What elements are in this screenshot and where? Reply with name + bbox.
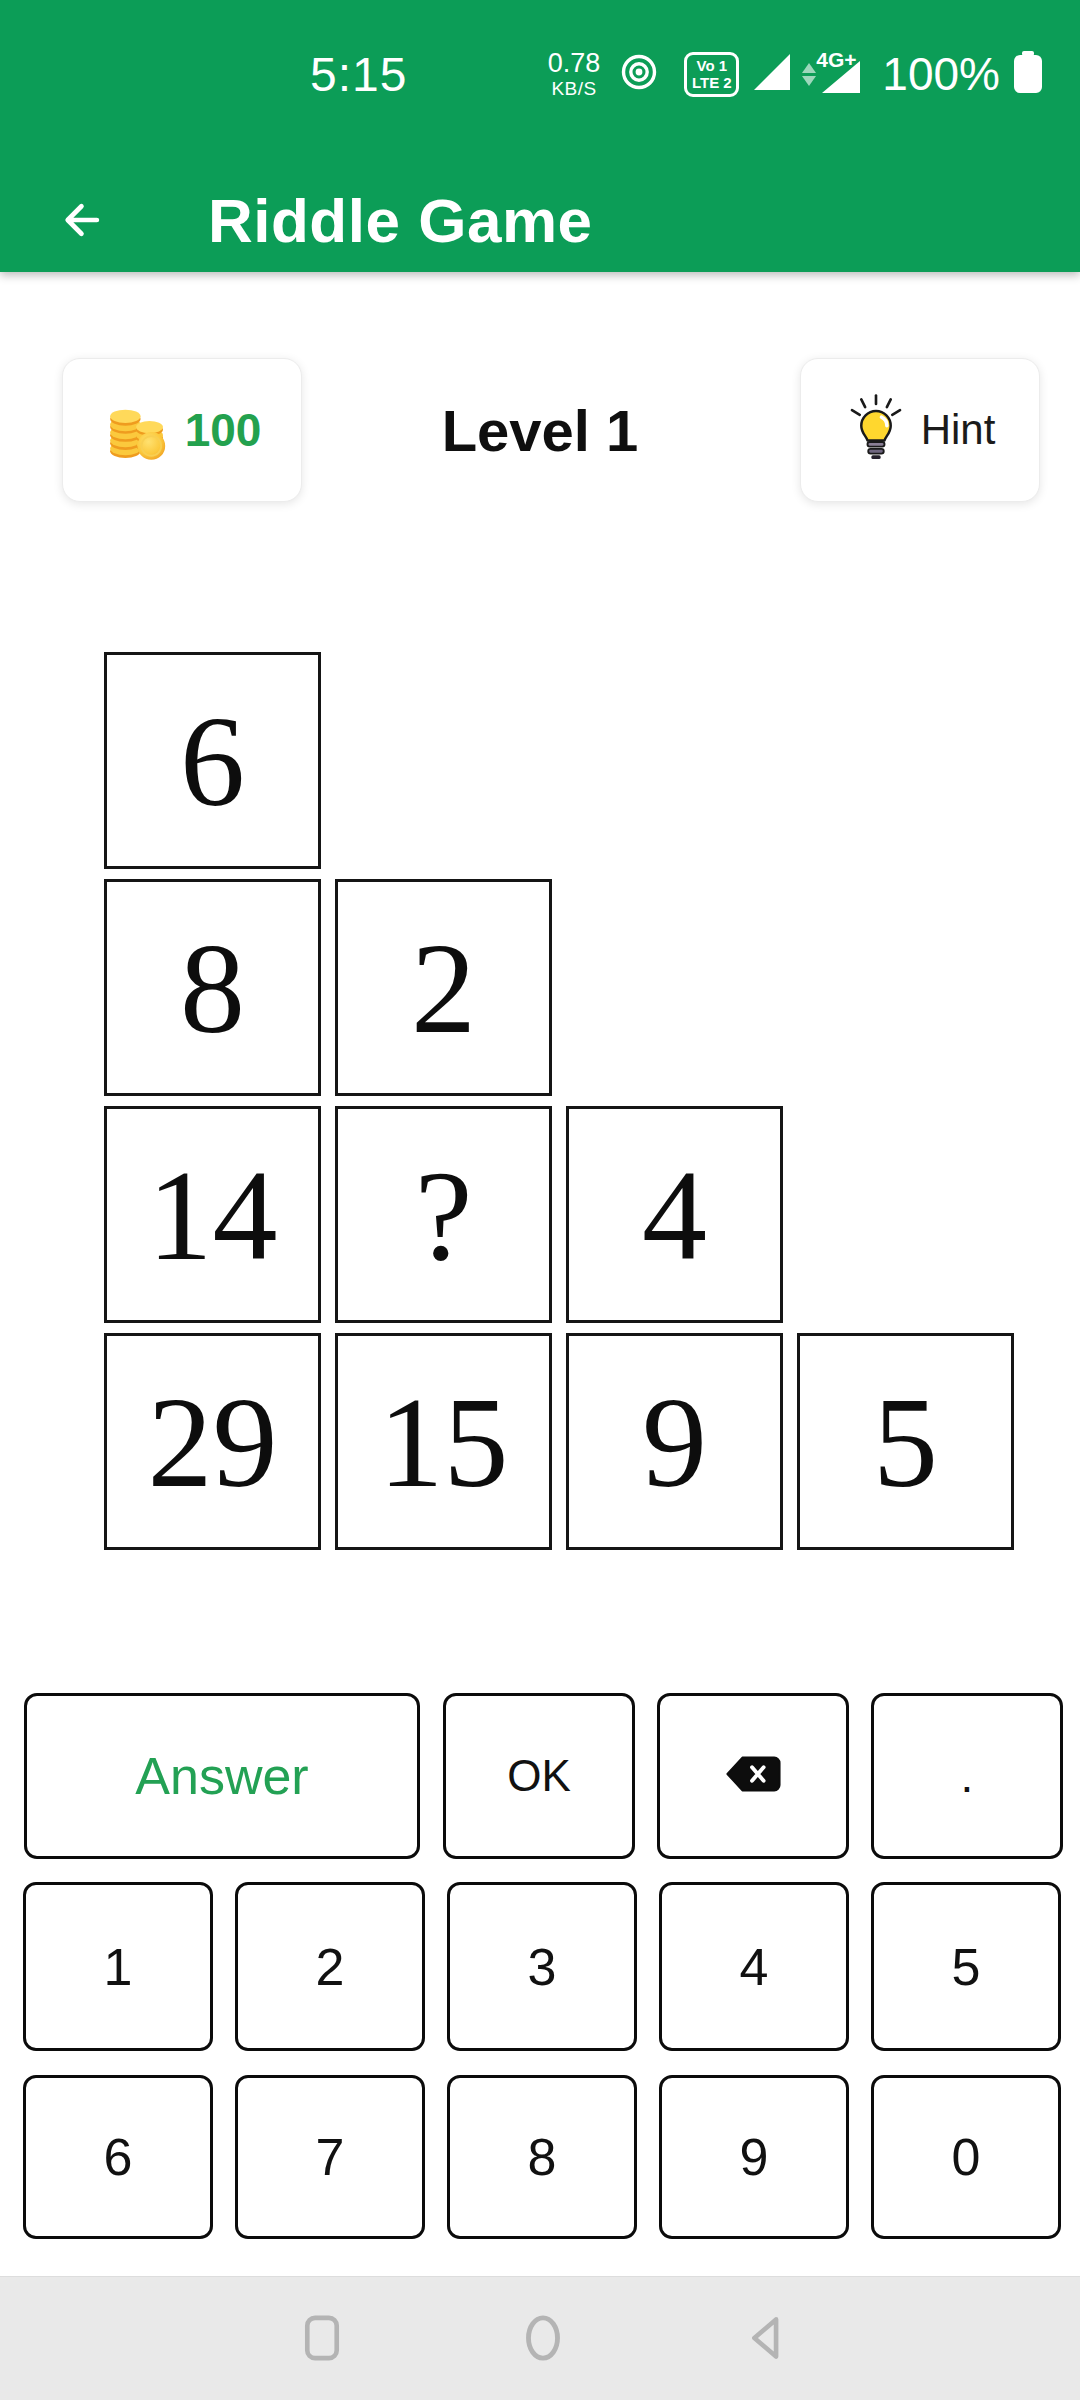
battery-icon [1014,51,1042,97]
hotspot-icon [620,53,658,95]
hint-button[interactable]: Hint [800,358,1040,502]
signal-strength-icon [752,52,792,96]
status-clock: 5:15 [310,47,407,102]
pyramid-cell-r2c2: 2 [335,879,552,1096]
header: 5:15 0.78 KB/S Vo 1 LTE 2 [0,0,1080,272]
key-6[interactable]: 6 [23,2075,213,2239]
second-signal-icon: 4G+ [820,53,862,95]
key-4[interactable]: 4 [659,1882,849,2051]
key-2[interactable]: 2 [235,1882,425,2051]
back-arrow-icon[interactable] [54,196,102,244]
hint-label: Hint [921,406,996,454]
coin-count: 100 [185,403,262,457]
pyramid-cell-r4c3: 9 [566,1333,783,1550]
pyramid-cell-r4c1: 29 [104,1333,321,1550]
coins-icon [103,394,171,466]
network-speed-unit: KB/S [551,79,596,98]
app-bar: Riddle Game [0,170,1080,270]
pyramid-cell-r3c1: 14 [104,1106,321,1323]
backspace-icon [724,1754,782,1798]
lightbulb-icon [845,392,907,468]
pyramid-cell-r3c3: 4 [566,1106,783,1323]
pyramid-cell-r4c4: 5 [797,1333,1014,1550]
coins-card[interactable]: 100 [62,358,302,502]
ok-button[interactable]: OK [443,1693,635,1859]
key-1[interactable]: 1 [23,1882,213,2051]
network-speed: 0.78 KB/S [548,50,601,98]
data-traffic-arrows-icon [802,63,816,86]
volte-icon: Vo 1 LTE 2 [684,52,739,97]
network-speed-value: 0.78 [548,50,601,77]
volte-line2: LTE 2 [692,74,732,91]
key-0[interactable]: 0 [871,2075,1061,2239]
answer-button[interactable]: Answer [24,1693,420,1859]
home-circle-icon[interactable] [519,2313,567,2363]
key-5[interactable]: 5 [871,1882,1061,2051]
key-3[interactable]: 3 [447,1882,637,2051]
android-nav-bar [0,2276,1080,2400]
battery-percent-label: 100% [882,47,1000,101]
page-title: Riddle Game [208,185,593,256]
level-label: Level 1 [340,358,740,502]
recents-square-icon[interactable] [298,2313,346,2363]
pyramid-cell-unknown: ? [335,1106,552,1323]
status-bar: 5:15 0.78 KB/S Vo 1 LTE 2 [0,44,1042,104]
puzzle-pyramid: 6 8 2 14 ? 4 29 15 9 5 [104,652,1014,1550]
key-9[interactable]: 9 [659,2075,849,2239]
riddle-game-screen: 5:15 0.78 KB/S Vo 1 LTE 2 [0,0,1080,2400]
key-7[interactable]: 7 [235,2075,425,2239]
pyramid-cell-r1c1: 6 [104,652,321,869]
key-8[interactable]: 8 [447,2075,637,2239]
pyramid-cell-r2c1: 8 [104,879,321,1096]
backspace-button[interactable] [657,1693,849,1859]
volte-line1: Vo 1 [697,57,728,74]
dot-button[interactable]: . [871,1693,1063,1859]
pyramid-cell-r4c2: 15 [335,1333,552,1550]
back-triangle-icon[interactable] [742,2313,790,2363]
